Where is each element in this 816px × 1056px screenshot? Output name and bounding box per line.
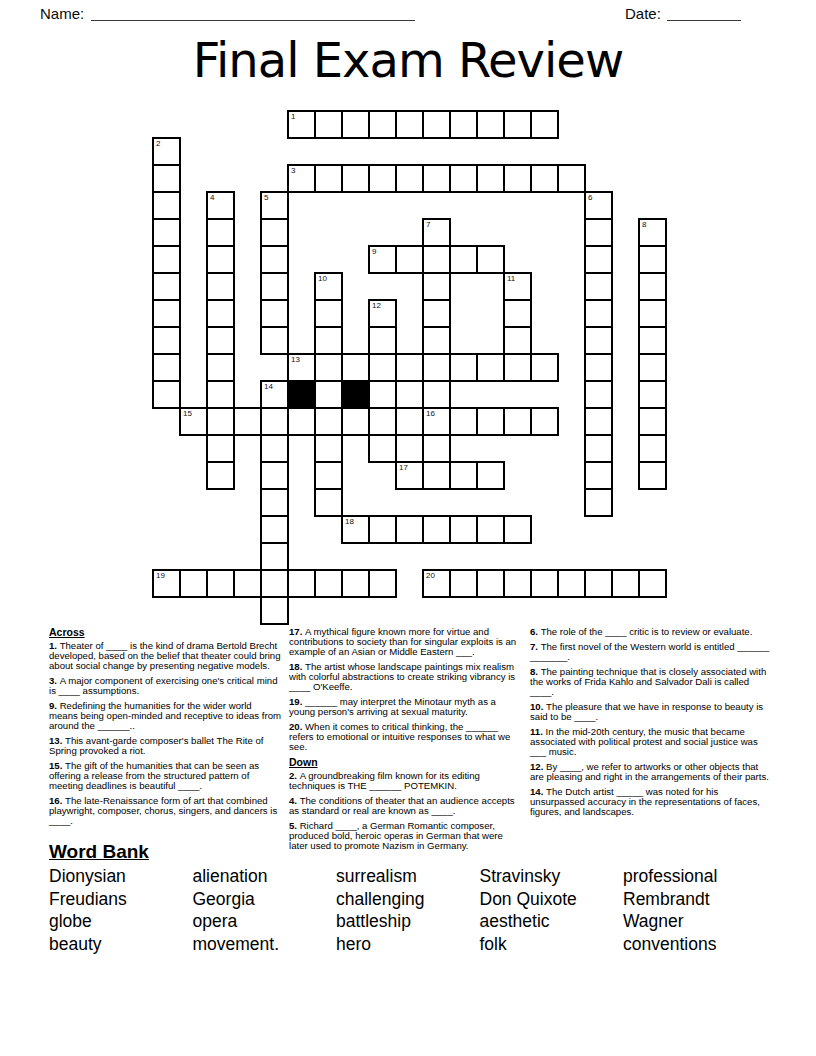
grid-cell[interactable]: 15 [179, 407, 208, 436]
grid-cell[interactable] [584, 299, 613, 328]
clue-down-14: 14. The Dutch artist _____ was noted for… [530, 787, 773, 817]
grid-cell[interactable] [557, 164, 586, 193]
clue-down-11: 11. In the mid-20th century, the music t… [530, 727, 773, 757]
grid-cell[interactable] [422, 461, 451, 490]
grid-cell[interactable] [449, 353, 478, 382]
grid-cell[interactable] [314, 569, 343, 598]
cell-number: 12 [372, 301, 381, 310]
grid-cell[interactable] [395, 353, 424, 382]
grid-cell[interactable] [206, 299, 235, 328]
grid-cell[interactable] [503, 407, 532, 436]
grid-cell[interactable] [503, 299, 532, 328]
grid-cell[interactable] [476, 245, 505, 274]
name-blank-line[interactable] [91, 5, 415, 21]
clue-down-4: 4. The conditions of theater that an aud… [289, 796, 523, 816]
clue-across-9: 9. Redefining the humanities for the wid… [49, 701, 283, 731]
grid-cell[interactable] [584, 488, 613, 517]
grid-cell[interactable]: 9 [368, 245, 397, 274]
cell-number: 19 [156, 571, 165, 580]
grid-cell[interactable] [530, 407, 559, 436]
grid-cell[interactable]: 7 [422, 218, 451, 247]
clue-column-down: 6. The role of the ____ critic is to rev… [530, 627, 773, 822]
clue-down-10: 10. The pleasure that we have in respons… [530, 702, 773, 722]
grid-cell[interactable] [503, 569, 532, 598]
grid-cell[interactable]: 14 [260, 380, 289, 409]
grid-cell[interactable] [449, 110, 478, 139]
grid-cell[interactable] [368, 434, 397, 463]
grid-cell[interactable] [503, 353, 532, 382]
grid-cell[interactable] [422, 245, 451, 274]
grid-cell[interactable] [314, 407, 343, 436]
across-header: Across [49, 627, 283, 637]
word-bank-word: globe [49, 911, 193, 934]
word-bank-word: aesthetic [480, 911, 624, 934]
clue-down-5: 5. Richard ____, a German Romantic compo… [289, 821, 523, 851]
clue-across-15: 15. The gift of the humanities that can … [49, 761, 283, 791]
word-bank-word: professional [623, 866, 767, 889]
grid-cell[interactable] [206, 569, 235, 598]
clue-across-18: 18. The artist whose landscape paintings… [289, 662, 523, 692]
word-bank-word: battleship [336, 911, 480, 934]
grid-cell[interactable] [368, 380, 397, 409]
grid-cell[interactable]: 3 [287, 164, 316, 193]
grid-cell[interactable] [152, 164, 181, 193]
name-label: Name: [40, 5, 84, 22]
grid-cell[interactable] [584, 569, 613, 598]
clue-down-8: 8. The painting technique that is closel… [530, 667, 773, 697]
grid-cell[interactable] [260, 515, 289, 544]
word-bank-title: Word Bank [49, 841, 149, 863]
grid-cell[interactable] [422, 380, 451, 409]
cell-number: 15 [183, 409, 192, 418]
grid-cell[interactable] [260, 407, 289, 436]
grid-cell[interactable] [152, 272, 181, 301]
grid-cell[interactable] [368, 110, 397, 139]
grid-cell[interactable] [260, 488, 289, 517]
grid-cell[interactable] [260, 218, 289, 247]
clue-across-17: 17. A mythical figure known more for vir… [289, 627, 523, 657]
grid-cell[interactable] [584, 218, 613, 247]
grid-cell[interactable]: 12 [368, 299, 397, 328]
grid-cell[interactable] [638, 569, 667, 598]
crossword-worksheet: Name: Date: Final Exam Review 1234567891… [0, 0, 816, 1056]
clue-across-16: 16. The late-Renaissance form of art tha… [49, 796, 283, 826]
cell-number: 1 [291, 112, 295, 121]
cell-number: 20 [426, 571, 435, 580]
cell-number: 2 [156, 139, 160, 148]
grid-cell[interactable] [476, 164, 505, 193]
grid-cell[interactable] [152, 191, 181, 220]
grid-cell[interactable]: 2 [152, 137, 181, 166]
word-bank-list: DionysianalienationsurrealismStravinskyp… [49, 866, 767, 957]
grid-cell[interactable] [152, 299, 181, 328]
cell-number: 6 [588, 193, 592, 202]
grid-cell[interactable] [206, 353, 235, 382]
cell-number: 14 [264, 382, 273, 391]
word-bank-word: alienation [193, 866, 337, 889]
grid-cell[interactable] [206, 326, 235, 355]
grid-cell[interactable] [584, 407, 613, 436]
grid-cell[interactable] [422, 110, 451, 139]
grid-cell[interactable] [638, 245, 667, 274]
grid-cell[interactable]: 17 [395, 461, 424, 490]
grid-cell[interactable]: 1 [287, 110, 316, 139]
word-bank-word: Don Quixote [480, 889, 624, 912]
grid-cell[interactable] [476, 407, 505, 436]
cell-number: 18 [345, 517, 354, 526]
grid-cell[interactable] [611, 569, 640, 598]
grid-cell[interactable] [395, 245, 424, 274]
grid-cell[interactable] [260, 299, 289, 328]
grid-cell[interactable] [503, 110, 532, 139]
grid-cell[interactable] [449, 245, 478, 274]
clue-down-2: 2. A groundbreaking film known for its e… [289, 771, 523, 791]
grid-cell[interactable] [530, 110, 559, 139]
grid-cell[interactable] [476, 515, 505, 544]
cell-number: 16 [426, 409, 435, 418]
grid-cell[interactable]: 19 [152, 569, 181, 598]
grid-cell[interactable] [206, 380, 235, 409]
grid-cell[interactable] [314, 434, 343, 463]
grid-cell[interactable] [422, 353, 451, 382]
word-bank-word: Dionysian [49, 866, 193, 889]
grid-cell[interactable] [341, 353, 370, 382]
grid-cell[interactable] [314, 164, 343, 193]
grid-cell[interactable] [638, 434, 667, 463]
grid-cell[interactable] [422, 272, 451, 301]
cell-number: 3 [291, 166, 295, 175]
grid-cell[interactable] [260, 326, 289, 355]
cell-number: 8 [642, 220, 646, 229]
grid-cell[interactable] [395, 407, 424, 436]
grid-cell[interactable] [368, 515, 397, 544]
cell-number: 17 [399, 463, 408, 472]
clue-column-middle: 17. A mythical figure known more for vir… [289, 627, 523, 856]
grid-cell[interactable] [260, 272, 289, 301]
grid-cell[interactable] [476, 110, 505, 139]
grid-cell[interactable]: 8 [638, 218, 667, 247]
word-bank-word: challenging [336, 889, 480, 912]
down-header: Down [289, 757, 523, 767]
clue-across-3: 3. A major component of exercising one's… [49, 676, 283, 696]
cell-number: 5 [264, 193, 268, 202]
grid-cell-black [287, 380, 316, 409]
grid-cell[interactable] [341, 407, 370, 436]
grid-cell[interactable] [584, 326, 613, 355]
grid-cell[interactable] [206, 434, 235, 463]
grid-cell[interactable] [179, 569, 208, 598]
word-bank-word: movement. [193, 934, 337, 957]
grid-cell[interactable] [584, 434, 613, 463]
grid-cell[interactable] [368, 326, 397, 355]
clue-column-across: Across1. Theater of ____ is the kind of … [49, 627, 283, 831]
word-bank-word: beauty [49, 934, 193, 957]
grid-cell[interactable] [206, 407, 235, 436]
grid-cell[interactable] [476, 461, 505, 490]
grid-cell[interactable]: 5 [260, 191, 289, 220]
word-bank-word: Wagner [623, 911, 767, 934]
grid-cell[interactable]: 20 [422, 569, 451, 598]
grid-cell[interactable] [395, 110, 424, 139]
grid-cell[interactable]: 13 [287, 353, 316, 382]
grid-cell[interactable] [260, 245, 289, 274]
grid-cell[interactable] [206, 245, 235, 274]
word-bank-word: folk [480, 934, 624, 957]
grid-cell[interactable] [341, 110, 370, 139]
grid-cell[interactable] [449, 164, 478, 193]
grid-cell-black [341, 380, 370, 409]
grid-cell[interactable] [503, 515, 532, 544]
grid-cell[interactable] [530, 164, 559, 193]
grid-cell[interactable] [260, 542, 289, 571]
grid-cell[interactable]: 6 [584, 191, 613, 220]
grid-cell[interactable] [395, 515, 424, 544]
grid-cell[interactable] [260, 569, 289, 598]
grid-cell[interactable]: 10 [314, 272, 343, 301]
grid-cell[interactable] [503, 326, 532, 355]
puzzle-title: Final Exam Review [0, 32, 816, 88]
grid-cell[interactable] [449, 569, 478, 598]
grid-cell[interactable] [638, 272, 667, 301]
grid-cell[interactable] [206, 461, 235, 490]
grid-cell[interactable] [584, 353, 613, 382]
word-bank-word: conventions [623, 934, 767, 957]
grid-cell[interactable] [368, 407, 397, 436]
grid-cell[interactable] [152, 326, 181, 355]
date-blank-line[interactable] [667, 5, 741, 21]
grid-cell[interactable] [260, 461, 289, 490]
grid-cell[interactable] [152, 353, 181, 382]
date-label: Date: [625, 5, 661, 22]
grid-cell[interactable] [152, 380, 181, 409]
grid-cell[interactable] [314, 461, 343, 490]
grid-cell[interactable] [341, 569, 370, 598]
grid-cell[interactable]: 18 [341, 515, 370, 544]
grid-cell[interactable] [260, 434, 289, 463]
clue-down-6: 6. The role of the ____ critic is to rev… [530, 627, 773, 637]
grid-cell[interactable] [638, 461, 667, 490]
grid-cell[interactable] [314, 380, 343, 409]
grid-cell[interactable]: 11 [503, 272, 532, 301]
word-bank-word: hero [336, 934, 480, 957]
grid-cell[interactable] [152, 218, 181, 247]
grid-cell[interactable] [638, 299, 667, 328]
grid-cell[interactable] [422, 299, 451, 328]
cell-number: 7 [426, 220, 430, 229]
grid-cell[interactable]: 16 [422, 407, 451, 436]
grid-cell[interactable] [206, 272, 235, 301]
grid-cell[interactable] [341, 164, 370, 193]
clue-across-1: 1. Theater of ____ is the kind of drama … [49, 641, 283, 671]
grid-cell[interactable] [260, 596, 289, 625]
grid-cell[interactable] [530, 569, 559, 598]
word-bank-word: Rembrandt [623, 889, 767, 912]
cell-number: 9 [372, 247, 376, 256]
grid-cell[interactable] [233, 407, 262, 436]
grid-cell[interactable] [314, 299, 343, 328]
grid-cell[interactable] [638, 353, 667, 382]
cell-number: 4 [210, 193, 214, 202]
word-bank-word: surrealism [336, 866, 480, 889]
clue-down-7: 7. The first novel of the Western world … [530, 642, 773, 662]
grid-cell[interactable]: 4 [206, 191, 235, 220]
clue-across-19: 19. ______ may interpret the Minotaur my… [289, 697, 523, 717]
grid-cell[interactable] [368, 164, 397, 193]
word-bank-word: Georgia [193, 889, 337, 912]
grid-cell[interactable] [584, 245, 613, 274]
clue-across-20: 20. When it comes to critical thinking, … [289, 722, 523, 752]
grid-cell[interactable] [206, 218, 235, 247]
grid-cell[interactable] [368, 569, 397, 598]
word-bank-word: Freudians [49, 889, 193, 912]
grid-cell[interactable] [422, 434, 451, 463]
grid-cell[interactable] [638, 380, 667, 409]
grid-cell[interactable] [422, 326, 451, 355]
grid-cell[interactable] [584, 380, 613, 409]
grid-cell[interactable] [449, 461, 478, 490]
grid-cell[interactable] [638, 326, 667, 355]
clue-across-13: 13. This avant-garde composer's ballet T… [49, 736, 283, 756]
crossword-grid: 1234567891011121314151617181920 [152, 110, 667, 625]
grid-cell[interactable] [395, 164, 424, 193]
cell-number: 10 [318, 274, 327, 283]
grid-cell[interactable] [152, 245, 181, 274]
grid-cell[interactable] [449, 407, 478, 436]
grid-cell[interactable] [287, 569, 316, 598]
grid-cell[interactable] [233, 569, 262, 598]
grid-cell[interactable] [314, 488, 343, 517]
grid-cell[interactable] [530, 353, 559, 382]
grid-cell[interactable] [422, 515, 451, 544]
grid-cell[interactable] [476, 353, 505, 382]
grid-cell[interactable] [557, 569, 586, 598]
grid-cell[interactable] [584, 272, 613, 301]
grid-cell[interactable] [287, 407, 316, 436]
grid-cell[interactable] [638, 407, 667, 436]
grid-cell[interactable] [503, 164, 532, 193]
grid-cell[interactable] [314, 110, 343, 139]
grid-cell[interactable] [449, 515, 478, 544]
grid-cell[interactable] [422, 164, 451, 193]
grid-cell[interactable] [476, 569, 505, 598]
grid-cell[interactable] [314, 353, 343, 382]
grid-cell[interactable] [584, 461, 613, 490]
cell-number: 11 [507, 274, 515, 283]
grid-cell[interactable] [368, 353, 397, 382]
clue-down-12: 12. By ____, we refer to artworks or oth… [530, 762, 773, 782]
cell-number: 13 [291, 355, 300, 364]
grid-cell[interactable] [314, 326, 343, 355]
word-bank-word: Stravinsky [480, 866, 624, 889]
word-bank-word: opera [193, 911, 337, 934]
